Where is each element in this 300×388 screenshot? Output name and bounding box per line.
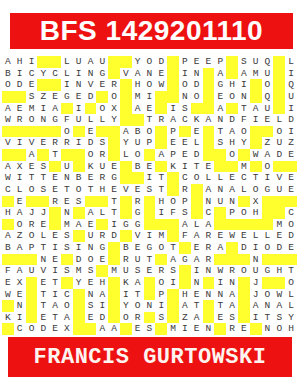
letter-cell: I bbox=[285, 103, 297, 115]
letter-cell: F bbox=[167, 207, 179, 219]
letter-cell: I bbox=[73, 103, 85, 115]
letter-cell: E bbox=[108, 161, 120, 173]
letter-cell: E bbox=[14, 196, 26, 208]
letter-cell: W bbox=[2, 289, 14, 301]
letter-cell: D bbox=[155, 56, 167, 68]
letter-cell: S bbox=[144, 184, 156, 196]
letter-cell: E bbox=[132, 184, 144, 196]
blocked-cell bbox=[226, 68, 238, 80]
blocked-cell bbox=[167, 184, 179, 196]
blocked-cell bbox=[85, 323, 97, 335]
blocked-cell bbox=[203, 300, 215, 312]
letter-cell: I bbox=[191, 265, 203, 277]
letter-cell: A bbox=[26, 149, 38, 161]
blocked-cell bbox=[73, 230, 85, 242]
letter-cell: O bbox=[262, 79, 274, 91]
letter-cell: O bbox=[262, 289, 274, 301]
blocked-cell bbox=[108, 312, 120, 324]
blocked-cell bbox=[49, 219, 61, 231]
letter-cell: O bbox=[96, 103, 108, 115]
letter-cell: H bbox=[155, 196, 167, 208]
letter-cell: N bbox=[73, 79, 85, 91]
letter-cell: T bbox=[37, 289, 49, 301]
letter-cell: X bbox=[61, 323, 73, 335]
blocked-cell bbox=[285, 196, 297, 208]
blocked-cell bbox=[214, 219, 226, 231]
letter-cell: S bbox=[96, 137, 108, 149]
blocked-cell bbox=[26, 289, 38, 301]
letter-cell: L bbox=[285, 289, 297, 301]
letter-cell: V bbox=[132, 230, 144, 242]
letter-cell: U bbox=[262, 103, 274, 115]
letter-cell: G bbox=[96, 242, 108, 254]
letter-cell: E bbox=[155, 68, 167, 80]
letter-cell: R bbox=[49, 196, 61, 208]
letter-cell: G bbox=[96, 68, 108, 80]
blocked-cell bbox=[250, 219, 262, 231]
letter-cell: Y bbox=[120, 300, 132, 312]
letter-cell: O bbox=[108, 91, 120, 103]
letter-cell: O bbox=[226, 149, 238, 161]
letter-cell: I bbox=[155, 207, 167, 219]
letter-cell: E bbox=[85, 312, 97, 324]
letter-cell: I bbox=[214, 277, 226, 289]
letter-cell: H bbox=[132, 79, 144, 91]
letter-cell: J bbox=[26, 207, 38, 219]
blocked-cell bbox=[73, 289, 85, 301]
letter-cell: W bbox=[226, 230, 238, 242]
blocked-cell bbox=[73, 126, 85, 138]
letter-cell: I bbox=[26, 56, 38, 68]
letter-cell: G bbox=[132, 207, 144, 219]
letter-cell: A bbox=[14, 242, 26, 254]
blocked-cell bbox=[191, 207, 203, 219]
letter-cell: H bbox=[250, 207, 262, 219]
blocked-cell bbox=[108, 68, 120, 80]
letter-cell: E bbox=[14, 103, 26, 115]
letter-cell: O bbox=[73, 184, 85, 196]
blocked-cell bbox=[144, 149, 156, 161]
letter-cell: O bbox=[167, 196, 179, 208]
letter-cell: S bbox=[155, 312, 167, 324]
letter-cell: O bbox=[191, 91, 203, 103]
letter-cell: T bbox=[49, 312, 61, 324]
letter-cell: L bbox=[61, 68, 73, 80]
letter-cell: N bbox=[61, 172, 73, 184]
letter-cell: Z bbox=[179, 312, 191, 324]
letter-cell: E bbox=[26, 161, 38, 173]
letter-cell: O bbox=[61, 126, 73, 138]
letter-cell: O bbox=[120, 312, 132, 324]
letter-cell: I bbox=[285, 68, 297, 80]
letter-cell: O bbox=[285, 277, 297, 289]
letter-cell: O bbox=[26, 114, 38, 126]
blocked-cell bbox=[108, 137, 120, 149]
blocked-cell bbox=[96, 265, 108, 277]
letter-cell: L bbox=[262, 230, 274, 242]
letter-cell: S bbox=[226, 312, 238, 324]
letter-cell: N bbox=[61, 207, 73, 219]
letter-cell: V bbox=[273, 172, 285, 184]
blocked-cell bbox=[120, 230, 132, 242]
blocked-cell bbox=[61, 254, 73, 266]
letter-cell: N bbox=[226, 196, 238, 208]
letter-cell: R bbox=[203, 254, 215, 266]
blocked-cell bbox=[226, 254, 238, 266]
letter-cell: E bbox=[49, 323, 61, 335]
letter-cell: A bbox=[203, 184, 215, 196]
letter-cell: T bbox=[262, 312, 274, 324]
blocked-cell bbox=[238, 289, 250, 301]
letter-cell: T bbox=[37, 300, 49, 312]
letter-cell: T bbox=[214, 300, 226, 312]
blocked-cell bbox=[273, 91, 285, 103]
blocked-cell bbox=[61, 103, 73, 115]
blocked-cell bbox=[120, 91, 132, 103]
blocked-cell bbox=[167, 219, 179, 231]
blocked-cell bbox=[37, 149, 49, 161]
letter-cell: S bbox=[167, 265, 179, 277]
blocked-cell bbox=[250, 79, 262, 91]
letter-cell: S bbox=[61, 230, 73, 242]
letter-cell: Y bbox=[132, 56, 144, 68]
letter-cell: W bbox=[155, 79, 167, 91]
blocked-cell bbox=[14, 91, 26, 103]
letter-cell: A bbox=[14, 265, 26, 277]
letter-cell: S bbox=[85, 300, 97, 312]
letter-cell: M bbox=[132, 91, 144, 103]
blocked-cell bbox=[273, 68, 285, 80]
letter-cell: R bbox=[49, 137, 61, 149]
letter-cell: A bbox=[179, 300, 191, 312]
letter-cell: A bbox=[167, 114, 179, 126]
letter-cell: N bbox=[262, 323, 274, 335]
letter-cell: L bbox=[96, 207, 108, 219]
letter-cell: C bbox=[26, 68, 38, 80]
letter-cell: M bbox=[108, 265, 120, 277]
letter-cell: E bbox=[191, 126, 203, 138]
letter-cell: E bbox=[144, 265, 156, 277]
blocked-cell bbox=[144, 207, 156, 219]
letter-cell: I bbox=[179, 323, 191, 335]
letter-cell: E bbox=[49, 230, 61, 242]
blocked-cell bbox=[273, 207, 285, 219]
blocked-cell bbox=[179, 265, 191, 277]
letter-cell: F bbox=[61, 114, 73, 126]
blocked-cell bbox=[144, 277, 156, 289]
letter-cell: T bbox=[238, 103, 250, 115]
blocked-cell bbox=[285, 161, 297, 173]
blocked-cell bbox=[214, 323, 226, 335]
letter-cell: L bbox=[61, 56, 73, 68]
blocked-cell bbox=[2, 91, 14, 103]
letter-cell: E bbox=[285, 172, 297, 184]
blocked-cell bbox=[203, 91, 215, 103]
letter-cell: L bbox=[285, 56, 297, 68]
letter-cell: I bbox=[285, 126, 297, 138]
blocked-cell bbox=[120, 172, 132, 184]
letter-cell: P bbox=[214, 56, 226, 68]
letter-cell: C bbox=[179, 114, 191, 126]
letter-cell: E bbox=[203, 56, 215, 68]
letter-cell: N bbox=[85, 289, 97, 301]
letter-cell: I bbox=[167, 277, 179, 289]
letter-cell: H bbox=[226, 137, 238, 149]
blocked-cell bbox=[226, 242, 238, 254]
letter-cell: S bbox=[179, 103, 191, 115]
blocked-cell bbox=[108, 126, 120, 138]
blocked-cell bbox=[2, 196, 14, 208]
letter-cell: S bbox=[37, 161, 49, 173]
letter-cell: R bbox=[203, 242, 215, 254]
blocked-cell bbox=[262, 219, 274, 231]
book-cover: BFS 1429201110 AHILUAUYODPEEPSUQLBICYCLI… bbox=[0, 0, 300, 388]
letter-cell: F bbox=[2, 265, 14, 277]
letter-cell: I bbox=[120, 289, 132, 301]
letter-cell: L bbox=[238, 184, 250, 196]
letter-cell: T bbox=[49, 277, 61, 289]
letter-cell: N bbox=[262, 300, 274, 312]
letter-cell: P bbox=[179, 56, 191, 68]
letter-cell: N bbox=[238, 91, 250, 103]
letter-cell: E bbox=[85, 277, 97, 289]
letter-cell: Q bbox=[285, 79, 297, 91]
letter-cell: M bbox=[273, 219, 285, 231]
letter-cell: E bbox=[214, 312, 226, 324]
letter-cell: I bbox=[144, 230, 156, 242]
letter-cell: E bbox=[61, 196, 73, 208]
letter-cell: V bbox=[120, 184, 132, 196]
letter-cell: H bbox=[179, 289, 191, 301]
letter-cell: S bbox=[273, 312, 285, 324]
letter-cell: A bbox=[226, 184, 238, 196]
letter-cell: O bbox=[2, 79, 14, 91]
letter-cell: L bbox=[285, 300, 297, 312]
letter-cell: E bbox=[144, 103, 156, 115]
letter-cell: B bbox=[2, 68, 14, 80]
blocked-cell bbox=[120, 56, 132, 68]
letter-cell: D bbox=[285, 114, 297, 126]
blocked-cell bbox=[144, 312, 156, 324]
blocked-cell bbox=[262, 196, 274, 208]
blocked-cell bbox=[2, 219, 14, 231]
letter-cell: I bbox=[73, 137, 85, 149]
letter-cell: G bbox=[214, 79, 226, 91]
letter-cell: N bbox=[37, 114, 49, 126]
blocked-cell bbox=[26, 277, 38, 289]
letter-cell: J bbox=[37, 207, 49, 219]
blocked-cell bbox=[14, 126, 26, 138]
letter-cell: Y bbox=[285, 312, 297, 324]
blocked-cell bbox=[14, 149, 26, 161]
blocked-cell bbox=[26, 254, 38, 266]
letter-cell: E bbox=[49, 254, 61, 266]
letter-cell: I bbox=[155, 300, 167, 312]
letter-cell: N bbox=[14, 300, 26, 312]
letter-cell: C bbox=[238, 172, 250, 184]
blocked-cell bbox=[37, 79, 49, 91]
letter-cell: E bbox=[273, 230, 285, 242]
letter-cell: O bbox=[238, 126, 250, 138]
blocked-cell bbox=[96, 91, 108, 103]
letter-cell: A bbox=[120, 126, 132, 138]
blocked-cell bbox=[49, 79, 61, 91]
letter-cell: A bbox=[2, 56, 14, 68]
letter-cell: E bbox=[238, 230, 250, 242]
letter-cell: C bbox=[14, 323, 26, 335]
letter-cell: T bbox=[61, 184, 73, 196]
letter-cell: F bbox=[238, 114, 250, 126]
letter-cell: O bbox=[132, 300, 144, 312]
letter-cell: T bbox=[155, 172, 167, 184]
letter-cell: E bbox=[37, 137, 49, 149]
letter-cell: A bbox=[155, 149, 167, 161]
blocked-cell bbox=[273, 196, 285, 208]
letter-cell: T bbox=[191, 300, 203, 312]
letter-cell: O bbox=[285, 219, 297, 231]
letter-cell: J bbox=[250, 289, 262, 301]
letter-cell: I bbox=[37, 103, 49, 115]
letter-cell: T bbox=[214, 126, 226, 138]
blocked-cell bbox=[108, 277, 120, 289]
letter-cell: V bbox=[37, 265, 49, 277]
letter-cell: O bbox=[191, 172, 203, 184]
letter-cell: H bbox=[96, 277, 108, 289]
letter-cell: I bbox=[262, 172, 274, 184]
blocked-cell bbox=[120, 79, 132, 91]
letter-cell: A bbox=[96, 323, 108, 335]
letter-cell: A bbox=[132, 68, 144, 80]
blocked-cell bbox=[167, 312, 179, 324]
blocked-cell bbox=[49, 161, 61, 173]
blocked-cell bbox=[203, 149, 215, 161]
letter-cell: E bbox=[285, 242, 297, 254]
letter-cell: G bbox=[132, 219, 144, 231]
letter-cell: E bbox=[132, 323, 144, 335]
letter-cell: A bbox=[2, 103, 14, 115]
letter-cell: T bbox=[132, 289, 144, 301]
letter-cell: E bbox=[191, 323, 203, 335]
blocked-cell bbox=[179, 126, 191, 138]
letter-cell: S bbox=[238, 56, 250, 68]
letter-cell: K bbox=[120, 277, 132, 289]
letter-cell: I bbox=[179, 161, 191, 173]
letter-cell: U bbox=[250, 56, 262, 68]
letter-cell: G bbox=[262, 184, 274, 196]
blocked-cell bbox=[250, 323, 262, 335]
blocked-cell bbox=[73, 300, 85, 312]
letter-cell: S bbox=[144, 323, 156, 335]
letter-cell: K bbox=[85, 161, 97, 173]
letter-cell: T bbox=[85, 184, 97, 196]
letter-cell: D bbox=[191, 79, 203, 91]
blocked-cell bbox=[85, 196, 97, 208]
letter-cell: A bbox=[262, 149, 274, 161]
letter-cell: I bbox=[73, 242, 85, 254]
blocked-cell bbox=[203, 277, 215, 289]
letter-cell: R bbox=[61, 137, 73, 149]
blocked-cell bbox=[2, 126, 14, 138]
letter-cell: U bbox=[132, 137, 144, 149]
letter-cell: E bbox=[191, 289, 203, 301]
blocked-cell bbox=[214, 149, 226, 161]
blocked-cell bbox=[108, 56, 120, 68]
blocked-cell bbox=[226, 161, 238, 173]
letter-cell: C bbox=[61, 289, 73, 301]
blocked-cell bbox=[26, 196, 38, 208]
blocked-cell bbox=[96, 219, 108, 231]
letter-cell: Q bbox=[262, 56, 274, 68]
letter-cell: N bbox=[37, 254, 49, 266]
letter-cell: E bbox=[85, 172, 97, 184]
letter-cell: U bbox=[250, 265, 262, 277]
letter-cell: T bbox=[191, 161, 203, 173]
blocked-cell bbox=[49, 207, 61, 219]
blocked-cell bbox=[96, 196, 108, 208]
letter-cell: Y bbox=[120, 137, 132, 149]
blocked-cell bbox=[250, 137, 262, 149]
blocked-cell bbox=[250, 126, 262, 138]
letter-cell: E bbox=[49, 172, 61, 184]
blocked-cell bbox=[155, 219, 167, 231]
letter-cell: M bbox=[73, 265, 85, 277]
letter-cell: E bbox=[37, 219, 49, 231]
letter-cell: N bbox=[203, 265, 215, 277]
letter-cell: A bbox=[226, 126, 238, 138]
letter-cell: O bbox=[14, 219, 26, 231]
blocked-cell bbox=[262, 207, 274, 219]
letter-cell: I bbox=[73, 68, 85, 80]
blocked-cell bbox=[155, 103, 167, 115]
letter-cell: O bbox=[144, 126, 156, 138]
letter-cell: Y bbox=[108, 114, 120, 126]
letter-cell: R bbox=[96, 149, 108, 161]
blocked-cell bbox=[120, 323, 132, 335]
letter-cell: E bbox=[285, 184, 297, 196]
letter-cell: R bbox=[26, 219, 38, 231]
letter-cell: E bbox=[179, 137, 191, 149]
letter-cell: A bbox=[214, 103, 226, 115]
letter-cell: E bbox=[191, 56, 203, 68]
letter-cell: N bbox=[214, 114, 226, 126]
letter-cell: W bbox=[2, 114, 14, 126]
letter-cell: U bbox=[273, 184, 285, 196]
letter-cell: U bbox=[85, 230, 97, 242]
letter-cell: E bbox=[191, 242, 203, 254]
letter-cell: J bbox=[250, 277, 262, 289]
blocked-cell bbox=[108, 242, 120, 254]
blocked-cell bbox=[167, 68, 179, 80]
letter-cell: A bbox=[250, 300, 262, 312]
letter-cell: T bbox=[49, 149, 61, 161]
letter-cell: M bbox=[61, 219, 73, 231]
letter-cell: U bbox=[61, 161, 73, 173]
letter-cell: C bbox=[203, 207, 215, 219]
blocked-cell bbox=[61, 149, 73, 161]
letter-cell: N bbox=[191, 277, 203, 289]
blocked-cell bbox=[273, 161, 285, 173]
letter-cell: I bbox=[144, 172, 156, 184]
blocked-cell bbox=[214, 207, 226, 219]
letter-cell: M bbox=[167, 323, 179, 335]
letter-cell: A bbox=[2, 230, 14, 242]
letter-cell: T bbox=[144, 254, 156, 266]
letter-cell: T bbox=[144, 114, 156, 126]
letter-cell: E bbox=[14, 289, 26, 301]
letter-cell: A bbox=[226, 289, 238, 301]
letter-cell: A bbox=[85, 207, 97, 219]
letter-cell: I bbox=[49, 242, 61, 254]
